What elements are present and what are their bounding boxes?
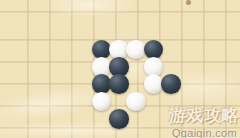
gomoku-board: 游戏攻略 Qqaiqin.com [0, 0, 240, 138]
board-cell[interactable] [93, 58, 110, 75]
watermark-site-url: Qqaiqin.com [172, 127, 237, 138]
board-cell[interactable] [145, 93, 162, 110]
board-cell[interactable] [145, 76, 162, 93]
white-stone [92, 92, 112, 112]
board-cell[interactable] [145, 58, 162, 75]
board-cell[interactable] [128, 58, 145, 75]
black-stone [109, 74, 129, 94]
board-cell[interactable] [145, 110, 162, 127]
watermark-title: 游戏攻略 [169, 104, 239, 127]
board-cell[interactable] [93, 110, 110, 127]
board-cell[interactable] [162, 41, 179, 58]
black-stone [109, 109, 129, 129]
board-cell[interactable] [162, 58, 179, 75]
board-cell[interactable] [145, 41, 162, 58]
board-cell[interactable] [128, 76, 145, 93]
board-cell[interactable] [128, 93, 145, 110]
board-cell[interactable] [110, 76, 127, 93]
board-cell[interactable] [110, 93, 127, 110]
board-cell[interactable] [162, 76, 179, 93]
stones-layer [93, 41, 179, 127]
board-cell[interactable] [110, 41, 127, 58]
white-stone [126, 92, 146, 112]
board-cell[interactable] [128, 41, 145, 58]
board-cell[interactable] [93, 93, 110, 110]
board-cell[interactable] [110, 58, 127, 75]
board-cell[interactable] [128, 110, 145, 127]
star-point-icon [186, 0, 191, 5]
board-cell[interactable] [93, 76, 110, 93]
board-cell[interactable] [93, 41, 110, 58]
board-cell[interactable] [110, 110, 127, 127]
black-stone [161, 74, 181, 94]
